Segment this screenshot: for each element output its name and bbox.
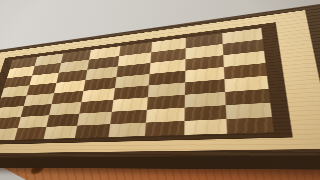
board-square [44, 126, 78, 139]
board-square [184, 119, 227, 135]
board-square [226, 117, 273, 133]
chessboard-grid [0, 28, 274, 140]
chessboard [0, 4, 320, 158]
board-square [15, 127, 47, 140]
board-square [75, 124, 110, 138]
board-frame [0, 22, 293, 145]
board-border [0, 10, 320, 154]
scene [0, 0, 320, 180]
board-square [108, 123, 145, 137]
board-rim [0, 4, 320, 158]
board-square [145, 121, 185, 136]
